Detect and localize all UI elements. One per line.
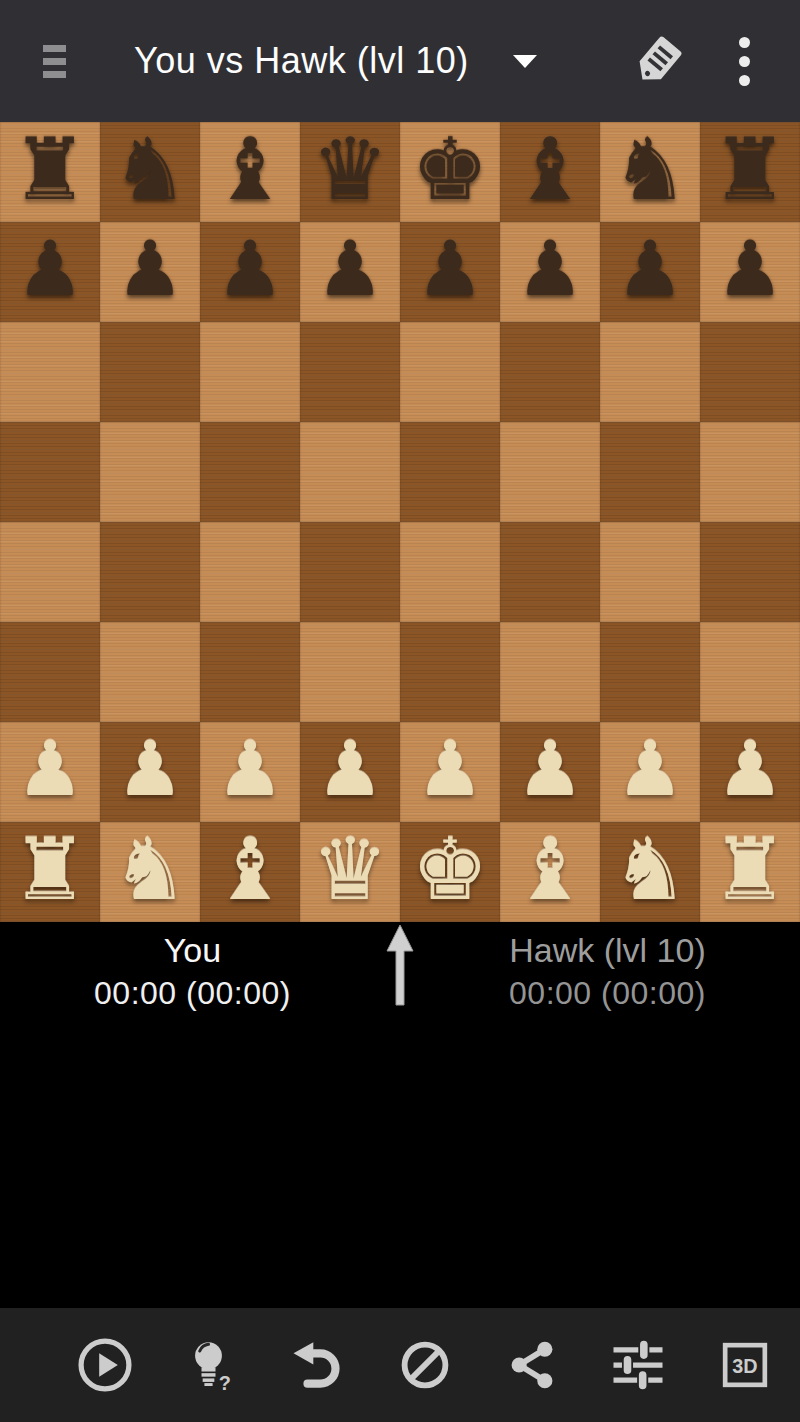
up-arrow-icon (385, 924, 415, 1006)
square-c4[interactable] (200, 522, 300, 622)
square-d4[interactable] (300, 522, 400, 622)
bottom-toolbar: ? (0, 1308, 800, 1422)
square-g8[interactable]: ♞ (600, 122, 700, 222)
hint-lightbulb-icon: ? (184, 1337, 240, 1393)
square-h6[interactable] (700, 322, 800, 422)
square-b6[interactable] (100, 322, 200, 422)
square-d5[interactable] (300, 422, 400, 522)
overflow-menu-icon[interactable] (735, 33, 754, 90)
player-white-clock: 00:00 (00:00) (0, 972, 385, 1014)
view-3d-icon: 3D (717, 1337, 773, 1393)
svg-text:3D: 3D (732, 1355, 757, 1377)
square-f4[interactable] (500, 522, 600, 622)
piece-white-queen: ♛ (311, 819, 388, 919)
piece-white-rook: ♜ (11, 819, 88, 919)
page-title: You vs Hawk (lvl 10) (134, 40, 469, 82)
piece-white-pawn: ♟ (216, 719, 284, 819)
square-a2[interactable]: ♟ (0, 722, 100, 822)
square-a1[interactable]: ♜ (0, 822, 100, 922)
piece-white-pawn: ♟ (716, 719, 784, 819)
square-c8[interactable]: ♝ (200, 122, 300, 222)
edit-button[interactable] (629, 32, 687, 90)
chevron-down-icon (511, 52, 539, 70)
square-g7[interactable]: ♟ (600, 222, 700, 322)
piece-white-rook: ♜ (711, 819, 788, 919)
square-c3[interactable] (200, 622, 300, 722)
piece-black-pawn: ♟ (416, 219, 484, 319)
square-e5[interactable] (400, 422, 500, 522)
piece-black-knight: ♞ (611, 119, 688, 219)
square-f8[interactable]: ♝ (500, 122, 600, 222)
piece-white-knight: ♞ (111, 819, 188, 919)
square-h7[interactable]: ♟ (700, 222, 800, 322)
appbar-actions (629, 32, 800, 90)
square-b3[interactable] (100, 622, 200, 722)
square-a5[interactable] (0, 422, 100, 522)
square-g5[interactable] (600, 422, 700, 522)
player-white-status: You 00:00 (00:00) (0, 922, 385, 1014)
piece-white-pawn: ♟ (416, 719, 484, 819)
square-b7[interactable]: ♟ (100, 222, 200, 322)
square-g3[interactable] (600, 622, 700, 722)
square-b2[interactable]: ♟ (100, 722, 200, 822)
square-h8[interactable]: ♜ (700, 122, 800, 222)
square-f7[interactable]: ♟ (500, 222, 600, 322)
piece-white-pawn: ♟ (616, 719, 684, 819)
piece-white-pawn: ♟ (316, 719, 384, 819)
app-bar: You vs Hawk (lvl 10) (0, 0, 800, 122)
square-h4[interactable] (700, 522, 800, 622)
piece-white-king: ♚ (411, 819, 488, 919)
edit-icon (629, 32, 687, 90)
square-c6[interactable] (200, 322, 300, 422)
turn-indicator (385, 922, 415, 1006)
square-g1[interactable]: ♞ (600, 822, 700, 922)
square-h3[interactable] (700, 622, 800, 722)
piece-white-pawn: ♟ (16, 719, 84, 819)
square-h1[interactable]: ♜ (700, 822, 800, 922)
piece-black-pawn: ♟ (516, 219, 584, 319)
square-c2[interactable]: ♟ (200, 722, 300, 822)
square-e2[interactable]: ♟ (400, 722, 500, 822)
piece-white-bishop: ♝ (211, 819, 288, 919)
piece-black-pawn: ♟ (616, 219, 684, 319)
square-c5[interactable] (200, 422, 300, 522)
piece-white-pawn: ♟ (516, 719, 584, 819)
player-black-name: Hawk (lvl 10) (415, 928, 800, 972)
square-a6[interactable] (0, 322, 100, 422)
piece-white-bishop: ♝ (511, 819, 588, 919)
square-d2[interactable]: ♟ (300, 722, 400, 822)
square-a3[interactable] (0, 622, 100, 722)
square-a7[interactable]: ♟ (0, 222, 100, 322)
square-e7[interactable]: ♟ (400, 222, 500, 322)
square-b1[interactable]: ♞ (100, 822, 200, 922)
square-d6[interactable] (300, 322, 400, 422)
square-c7[interactable]: ♟ (200, 222, 300, 322)
piece-black-bishop: ♝ (511, 119, 588, 219)
chess-board: ♜♞♝♛♚♝♞♜♟♟♟♟♟♟♟♟♟♟♟♟♟♟♟♟♜♞♝♛♚♝♞♜ (0, 122, 800, 922)
square-e3[interactable] (400, 622, 500, 722)
player-black-status: Hawk (lvl 10) 00:00 (00:00) (415, 922, 800, 1014)
piece-black-bishop: ♝ (211, 119, 288, 219)
game-title-dropdown[interactable]: You vs Hawk (lvl 10) (66, 40, 539, 82)
square-d3[interactable] (300, 622, 400, 722)
share-button[interactable] (504, 1337, 560, 1393)
piece-black-pawn: ♟ (716, 219, 784, 319)
square-g6[interactable] (600, 322, 700, 422)
square-h5[interactable] (700, 422, 800, 522)
square-e8[interactable]: ♚ (400, 122, 500, 222)
abort-button[interactable] (397, 1337, 453, 1393)
square-g2[interactable]: ♟ (600, 722, 700, 822)
piece-black-pawn: ♟ (216, 219, 284, 319)
piece-white-pawn: ♟ (116, 719, 184, 819)
status-bar: You 00:00 (00:00) Hawk (lvl 10) 00:00 (0… (0, 922, 800, 1022)
undo-icon (290, 1337, 346, 1393)
square-f3[interactable] (500, 622, 600, 722)
hint-button[interactable]: ? (184, 1337, 240, 1393)
piece-white-knight: ♞ (611, 819, 688, 919)
square-d7[interactable]: ♟ (300, 222, 400, 322)
block-icon (397, 1337, 453, 1393)
square-d8[interactable]: ♛ (300, 122, 400, 222)
piece-black-rook: ♜ (11, 119, 88, 219)
square-e4[interactable] (400, 522, 500, 622)
undo-button[interactable] (290, 1337, 346, 1393)
square-f2[interactable]: ♟ (500, 722, 600, 822)
square-h2[interactable]: ♟ (700, 722, 800, 822)
piece-black-pawn: ♟ (16, 219, 84, 319)
square-c1[interactable]: ♝ (200, 822, 300, 922)
play-icon (77, 1337, 133, 1393)
square-e1[interactable]: ♚ (400, 822, 500, 922)
square-g4[interactable] (600, 522, 700, 622)
player-black-clock: 00:00 (00:00) (415, 972, 800, 1014)
menu-icon[interactable] (43, 45, 66, 78)
piece-black-king: ♚ (411, 119, 488, 219)
square-d1[interactable]: ♛ (300, 822, 400, 922)
svg-text:?: ? (218, 1372, 230, 1394)
player-white-name: You (0, 928, 385, 972)
settings-button[interactable] (610, 1337, 666, 1393)
piece-black-knight: ♞ (111, 119, 188, 219)
square-f6[interactable] (500, 322, 600, 422)
piece-black-queen: ♛ (311, 119, 388, 219)
empty-area (0, 1022, 800, 1308)
square-f5[interactable] (500, 422, 600, 522)
chess-app-screen: You vs Hawk (lvl 10) (0, 0, 800, 1422)
piece-black-pawn: ♟ (116, 219, 184, 319)
share-icon (504, 1337, 560, 1393)
square-a4[interactable] (0, 522, 100, 622)
play-button[interactable] (77, 1337, 133, 1393)
square-b5[interactable] (100, 422, 200, 522)
square-b8[interactable]: ♞ (100, 122, 200, 222)
piece-black-pawn: ♟ (316, 219, 384, 319)
square-a8[interactable]: ♜ (0, 122, 100, 222)
square-f1[interactable]: ♝ (500, 822, 600, 922)
view-3d-button[interactable]: 3D (717, 1337, 773, 1393)
tune-sliders-icon (610, 1337, 666, 1393)
square-b4[interactable] (100, 522, 200, 622)
square-e6[interactable] (400, 322, 500, 422)
piece-black-rook: ♜ (711, 119, 788, 219)
